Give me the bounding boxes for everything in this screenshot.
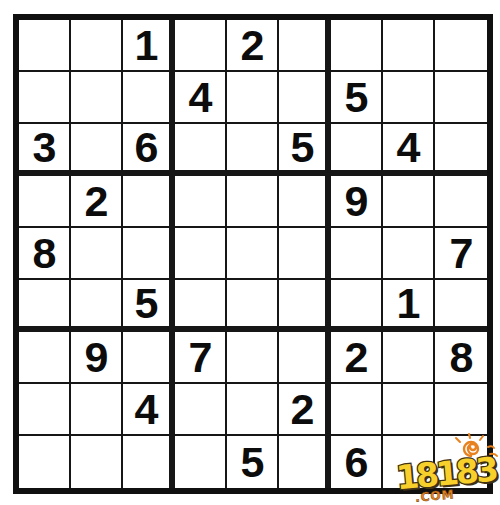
cell-r6c9[interactable] <box>435 280 487 332</box>
cell-r9c1[interactable] <box>19 436 71 488</box>
cell-r4c8[interactable] <box>383 176 435 228</box>
cell-r7c3[interactable] <box>123 332 175 384</box>
cell-r8c2[interactable] <box>71 384 123 436</box>
cell-r2c5[interactable] <box>227 72 279 124</box>
cell-r6c5[interactable] <box>227 280 279 332</box>
cell-r4c6[interactable] <box>279 176 331 228</box>
cell-r3c7[interactable] <box>331 124 383 176</box>
cell-r9c6[interactable] <box>279 436 331 488</box>
cell-r4c4[interactable] <box>175 176 227 228</box>
cell-r9c8[interactable] <box>383 436 435 488</box>
cell-r1c6[interactable] <box>279 20 331 72</box>
cell-r8c9[interactable] <box>435 384 487 436</box>
cell-r7c6[interactable] <box>279 332 331 384</box>
cell-r7c2[interactable]: 9 <box>71 332 123 384</box>
cell-r3c8[interactable]: 4 <box>383 124 435 176</box>
cell-r1c9[interactable] <box>435 20 487 72</box>
cell-r4c5[interactable] <box>227 176 279 228</box>
cell-r2c4[interactable]: 4 <box>175 72 227 124</box>
cell-r1c3[interactable]: 1 <box>123 20 175 72</box>
cell-r2c9[interactable] <box>435 72 487 124</box>
cell-r9c9[interactable] <box>435 436 487 488</box>
cell-r5c1[interactable]: 8 <box>19 228 71 280</box>
cell-r1c1[interactable] <box>19 20 71 72</box>
cell-r3c4[interactable] <box>175 124 227 176</box>
cell-r6c2[interactable] <box>71 280 123 332</box>
cell-r4c3[interactable] <box>123 176 175 228</box>
cell-r1c4[interactable] <box>175 20 227 72</box>
cell-r8c5[interactable] <box>227 384 279 436</box>
cell-r5c6[interactable] <box>279 228 331 280</box>
cell-r6c6[interactable] <box>279 280 331 332</box>
cell-r7c7[interactable]: 2 <box>331 332 383 384</box>
cell-r1c8[interactable] <box>383 20 435 72</box>
cell-r7c9[interactable]: 8 <box>435 332 487 384</box>
cell-r2c3[interactable] <box>123 72 175 124</box>
cell-r7c4[interactable]: 7 <box>175 332 227 384</box>
cell-r8c7[interactable] <box>331 384 383 436</box>
cell-r5c8[interactable] <box>383 228 435 280</box>
cell-r4c9[interactable] <box>435 176 487 228</box>
cell-r5c7[interactable] <box>331 228 383 280</box>
cell-r9c7[interactable]: 6 <box>331 436 383 488</box>
cell-r8c1[interactable] <box>19 384 71 436</box>
cell-r5c4[interactable] <box>175 228 227 280</box>
cell-r3c1[interactable]: 3 <box>19 124 71 176</box>
cell-r2c2[interactable] <box>71 72 123 124</box>
cell-r7c1[interactable] <box>19 332 71 384</box>
cell-r8c4[interactable] <box>175 384 227 436</box>
cell-r9c4[interactable] <box>175 436 227 488</box>
cell-r4c7[interactable]: 9 <box>331 176 383 228</box>
cell-r5c3[interactable] <box>123 228 175 280</box>
cell-r3c6[interactable]: 5 <box>279 124 331 176</box>
cell-r6c7[interactable] <box>331 280 383 332</box>
cell-r1c2[interactable] <box>71 20 123 72</box>
cell-r4c2[interactable]: 2 <box>71 176 123 228</box>
sudoku-page: 1245365429875197284256 18183 .COM <box>0 0 500 505</box>
cell-r7c5[interactable] <box>227 332 279 384</box>
cell-r3c2[interactable] <box>71 124 123 176</box>
cell-r5c5[interactable] <box>227 228 279 280</box>
cell-r9c5[interactable]: 5 <box>227 436 279 488</box>
cell-r4c1[interactable] <box>19 176 71 228</box>
cell-r1c7[interactable] <box>331 20 383 72</box>
cell-r2c6[interactable] <box>279 72 331 124</box>
cell-r3c3[interactable]: 6 <box>123 124 175 176</box>
cell-r5c2[interactable] <box>71 228 123 280</box>
cell-r2c7[interactable]: 5 <box>331 72 383 124</box>
cell-r8c8[interactable] <box>383 384 435 436</box>
cell-r2c8[interactable] <box>383 72 435 124</box>
cell-r6c3[interactable]: 5 <box>123 280 175 332</box>
cell-r8c6[interactable]: 2 <box>279 384 331 436</box>
cell-r6c4[interactable] <box>175 280 227 332</box>
cell-r9c2[interactable] <box>71 436 123 488</box>
cell-r7c8[interactable] <box>383 332 435 384</box>
cell-r8c3[interactable]: 4 <box>123 384 175 436</box>
cell-r9c3[interactable] <box>123 436 175 488</box>
cell-r2c1[interactable] <box>19 72 71 124</box>
cell-r1c5[interactable]: 2 <box>227 20 279 72</box>
cell-r3c5[interactable] <box>227 124 279 176</box>
cell-r6c8[interactable]: 1 <box>383 280 435 332</box>
cell-r3c9[interactable] <box>435 124 487 176</box>
cell-r5c9[interactable]: 7 <box>435 228 487 280</box>
sudoku-board: 1245365429875197284256 <box>13 14 493 494</box>
cell-r6c1[interactable] <box>19 280 71 332</box>
